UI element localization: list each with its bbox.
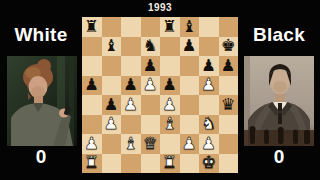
man-portrait-illustration: [244, 56, 314, 146]
square-f3: [180, 115, 200, 135]
square-b5: [102, 76, 122, 96]
white-king: ♚: [201, 155, 216, 172]
square-b8: [102, 17, 122, 37]
square-c4: ♟: [121, 95, 141, 115]
square-a4: [82, 95, 102, 115]
white-pawn: ♟: [201, 77, 216, 94]
square-b2: [102, 134, 122, 154]
black-player-score: 0: [238, 146, 320, 168]
square-e7: [160, 37, 180, 57]
black-rook: ♜: [84, 18, 99, 35]
black-bishop: ♝: [182, 18, 197, 35]
square-f5: [180, 76, 200, 96]
square-b3: ♟: [102, 115, 122, 135]
square-d5: ♟: [141, 76, 161, 96]
square-c5: ♟: [121, 76, 141, 96]
square-e6: [160, 56, 180, 76]
chess-board: ♜♜♝♝♞♟♚♟♟♟♟♟♟♟♟♟♟♟♛♟♝♞♟♝♛♟♟♜♜♚: [82, 17, 238, 173]
white-pawn: ♟: [182, 135, 197, 152]
black-pawn: ♟: [201, 57, 216, 74]
square-h8: [219, 17, 239, 37]
square-f6: [180, 56, 200, 76]
white-knight: ♞: [201, 116, 216, 133]
square-g1: ♚: [199, 154, 219, 174]
square-f7: ♟: [180, 37, 200, 57]
square-h3: [219, 115, 239, 135]
white-pawn: ♟: [201, 135, 216, 152]
black-bishop: ♝: [104, 38, 119, 55]
white-pawn: ♟: [143, 77, 158, 94]
square-b1: [102, 154, 122, 174]
square-d6: ♟: [141, 56, 161, 76]
white-pawn: ♟: [162, 96, 177, 113]
square-h2: [219, 134, 239, 154]
white-pawn: ♟: [84, 135, 99, 152]
square-b6: [102, 56, 122, 76]
square-b7: ♝: [102, 37, 122, 57]
black-pawn: ♟: [143, 57, 158, 74]
square-e5: ♟: [160, 76, 180, 96]
square-g7: [199, 37, 219, 57]
square-d8: [141, 17, 161, 37]
black-pawn: ♟: [182, 38, 197, 55]
square-g2: ♟: [199, 134, 219, 154]
square-g6: ♟: [199, 56, 219, 76]
black-rook: ♜: [162, 18, 177, 35]
square-e3: ♝: [160, 115, 180, 135]
square-h4: ♛: [219, 95, 239, 115]
black-player-panel: Black: [238, 0, 320, 180]
square-e1: ♜: [160, 154, 180, 174]
white-bishop: ♝: [123, 135, 138, 152]
white-pawn: ♟: [104, 116, 119, 133]
white-player-label: White: [0, 24, 82, 46]
square-a6: [82, 56, 102, 76]
square-a2: ♟: [82, 134, 102, 154]
square-f1: [180, 154, 200, 174]
square-e8: ♜: [160, 17, 180, 37]
square-c1: [121, 154, 141, 174]
square-d7: ♞: [141, 37, 161, 57]
white-rook: ♜: [84, 155, 99, 172]
square-a3: [82, 115, 102, 135]
black-pawn: ♟: [221, 57, 236, 74]
square-c7: [121, 37, 141, 57]
video-frame: 1993 White: [0, 0, 320, 180]
square-e4: ♟: [160, 95, 180, 115]
white-player-panel: White: [0, 0, 82, 180]
square-f4: [180, 95, 200, 115]
white-bishop: ♝: [162, 116, 177, 133]
white-pawn: ♟: [123, 96, 138, 113]
square-g5: ♟: [199, 76, 219, 96]
woman-portrait-illustration: [7, 56, 77, 146]
square-h7: ♚: [219, 37, 239, 57]
square-c3: [121, 115, 141, 135]
black-pawn: ♟: [123, 77, 138, 94]
square-a7: [82, 37, 102, 57]
square-h1: [219, 154, 239, 174]
square-d1: [141, 154, 161, 174]
square-d3: [141, 115, 161, 135]
square-a5: ♟: [82, 76, 102, 96]
square-g8: [199, 17, 219, 37]
black-knight: ♞: [143, 38, 158, 55]
square-h5: [219, 76, 239, 96]
square-d2: ♛: [141, 134, 161, 154]
black-pawn: ♟: [84, 77, 99, 94]
square-h6: ♟: [219, 56, 239, 76]
square-c6: [121, 56, 141, 76]
white-queen: ♛: [143, 135, 158, 152]
square-c8: [121, 17, 141, 37]
black-queen: ♛: [221, 96, 236, 113]
square-d4: [141, 95, 161, 115]
black-player-label: Black: [238, 24, 320, 46]
square-e2: [160, 134, 180, 154]
square-a8: ♜: [82, 17, 102, 37]
square-b4: ♟: [102, 95, 122, 115]
square-g3: ♞: [199, 115, 219, 135]
square-g4: [199, 95, 219, 115]
black-player-photo: [244, 56, 314, 146]
square-f2: ♟: [180, 134, 200, 154]
black-pawn: ♟: [162, 77, 177, 94]
white-rook: ♜: [162, 155, 177, 172]
square-a1: ♜: [82, 154, 102, 174]
white-player-score: 0: [0, 146, 82, 168]
square-f8: ♝: [180, 17, 200, 37]
square-c2: ♝: [121, 134, 141, 154]
white-player-photo: [7, 56, 77, 146]
black-king: ♚: [221, 38, 236, 55]
black-pawn: ♟: [104, 96, 119, 113]
